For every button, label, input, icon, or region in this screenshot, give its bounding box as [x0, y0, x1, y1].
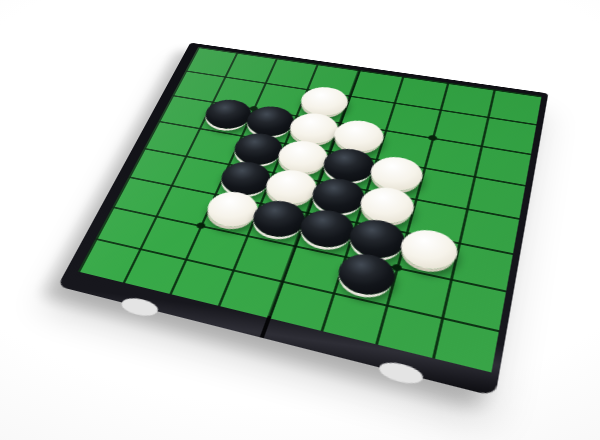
othello-board-3d: [78, 47, 542, 373]
product-photo-backdrop: [0, 0, 600, 440]
board-grid: [78, 47, 542, 373]
star-point: [427, 134, 437, 140]
